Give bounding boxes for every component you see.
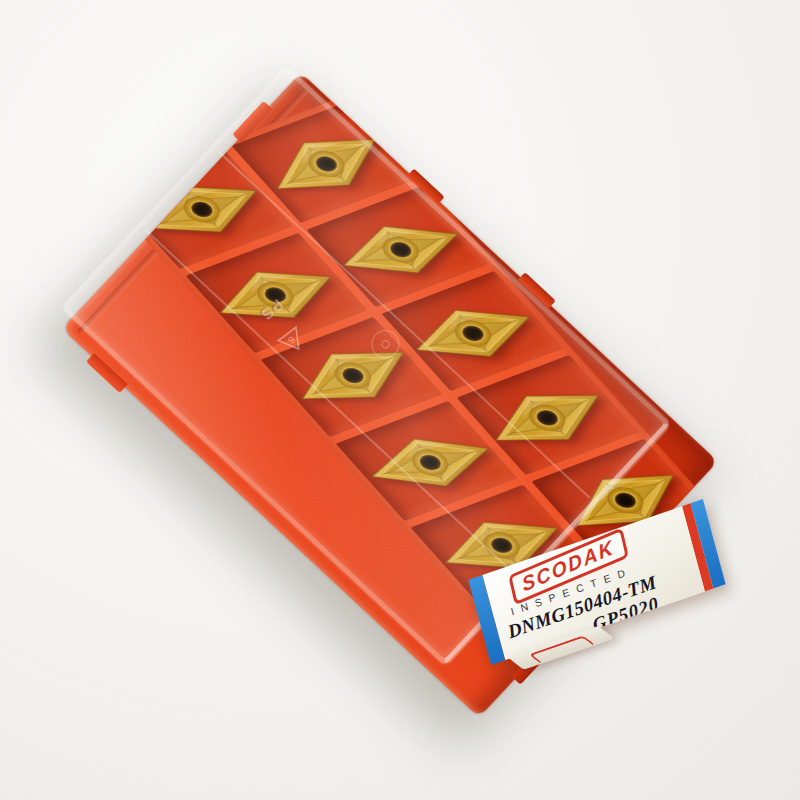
lid-reflection-seam: [217, 151, 590, 499]
product-photo-stage: PS 6 SCODAK INSPECTED DNMG150404-TM GP50…: [0, 0, 800, 800]
lid-material-mark: PS: [257, 295, 286, 324]
lid-reflection-seam: [145, 228, 518, 576]
